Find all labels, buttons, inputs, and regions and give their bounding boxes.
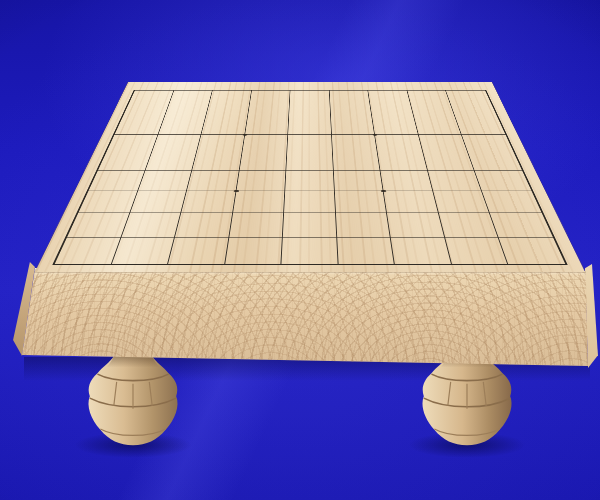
grid-cell: [242, 135, 288, 152]
grid-cell: [111, 237, 175, 264]
grid-cell: [289, 104, 331, 119]
grid-cell: [239, 152, 287, 171]
grid-cell: [106, 135, 157, 152]
grid-cell: [433, 191, 490, 213]
grid-cell: [129, 91, 174, 105]
board-leg-left: [85, 354, 181, 450]
grid-cell: [387, 213, 445, 237]
grid-cell: [368, 91, 410, 105]
grid-cell: [89, 171, 146, 191]
grid-cell: [121, 213, 181, 237]
grid-cell: [285, 171, 334, 191]
grid-cell: [181, 191, 236, 213]
grid-cell: [334, 171, 384, 191]
backdrop-cloth: [0, 0, 600, 500]
grid-cell: [475, 171, 532, 191]
grid-cell: [229, 213, 284, 237]
grid-cell: [250, 91, 291, 105]
grid-cell: [152, 135, 202, 152]
grid-cell: [332, 135, 378, 152]
grid-cell: [164, 104, 210, 119]
grid-cell: [122, 104, 169, 119]
grid-cell: [337, 237, 395, 264]
grid-cell: [130, 191, 187, 213]
grid-cell: [286, 152, 333, 171]
grid-cell: [209, 91, 251, 105]
grid-cell: [247, 104, 290, 119]
board-leg-right: [419, 354, 515, 450]
grid-cell: [331, 119, 375, 135]
grid-cell: [428, 171, 482, 191]
grid-cell: [55, 237, 121, 264]
grid-cell: [378, 152, 428, 171]
grid-cell: [445, 237, 509, 264]
grid-cell: [419, 135, 469, 152]
grid-cell: [333, 152, 381, 171]
grid-cell: [446, 91, 491, 105]
grid-cell: [288, 119, 331, 135]
grid-cell: [423, 152, 475, 171]
grid-cell: [168, 237, 229, 264]
grid-cell: [225, 237, 283, 264]
grid-cell: [335, 191, 388, 213]
grid-cell: [384, 191, 439, 213]
grid-cell: [201, 119, 247, 135]
grid-cell: [381, 171, 433, 191]
grid-cell: [197, 135, 245, 152]
grid-cell: [78, 191, 137, 213]
grid-cell: [407, 91, 451, 105]
grid-cell: [192, 152, 242, 171]
grid-cell: [287, 135, 332, 152]
grid-cell: [236, 171, 286, 191]
grid-cell: [138, 171, 192, 191]
grid-cell: [370, 104, 414, 119]
grid-cell: [490, 213, 553, 237]
grid-cell: [145, 152, 197, 171]
hoshi-dot: [373, 134, 378, 136]
hoshi-dot: [381, 190, 387, 193]
grid-cell: [187, 171, 239, 191]
grid-cell: [284, 191, 335, 213]
grid-cell: [283, 213, 337, 237]
grid-cell: [456, 119, 505, 135]
grid-cell: [169, 91, 213, 105]
grid-cell: [499, 237, 565, 264]
grid-cell: [245, 119, 289, 135]
grid-cell: [330, 104, 373, 119]
grid-cell: [451, 104, 498, 119]
board-front-face: [22, 268, 588, 368]
grid-cell: [98, 152, 152, 171]
grid-cell: [373, 119, 419, 135]
board-top-surface: [35, 82, 585, 272]
grid-cell: [158, 119, 206, 135]
grid-cell: [439, 213, 499, 237]
grid-cell: [391, 237, 452, 264]
grid-cell: [175, 213, 233, 237]
shogi-grid: [52, 90, 568, 265]
grid-cell: [375, 135, 423, 152]
grid-cell: [415, 119, 463, 135]
grid-cell: [205, 104, 249, 119]
grid-cell: [482, 191, 541, 213]
grid-cell: [336, 213, 391, 237]
grid-cell: [411, 104, 457, 119]
grid-cell: [67, 213, 130, 237]
grid-cell: [462, 135, 513, 152]
grid-cell: [468, 152, 522, 171]
grid-cell: [114, 119, 163, 135]
grid-cell: [282, 237, 339, 264]
grid-cell: [290, 91, 330, 105]
grid-cell: [233, 191, 286, 213]
grid-cell: [329, 91, 370, 105]
